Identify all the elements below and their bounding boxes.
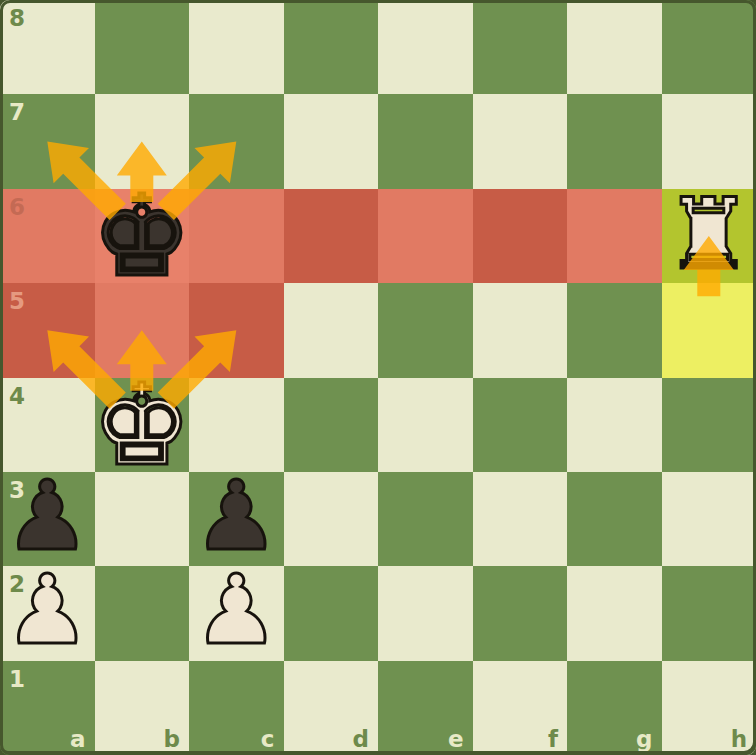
white-king-b4[interactable]: ♚ — [95, 378, 190, 472]
square-e1[interactable]: e — [378, 661, 473, 755]
file-label-d: d — [353, 728, 369, 751]
file-label-h: h — [731, 728, 747, 751]
square-c6[interactable] — [189, 189, 284, 283]
square-h5[interactable] — [662, 283, 756, 377]
square-f7[interactable] — [473, 94, 568, 188]
square-d5[interactable] — [284, 283, 379, 377]
square-a6[interactable]: 6 — [0, 189, 95, 283]
square-b6[interactable]: ♚ — [95, 189, 190, 283]
rank-label-5: 5 — [9, 290, 25, 313]
square-c1[interactable]: c — [189, 661, 284, 755]
square-c2[interactable]: ♟ — [189, 566, 284, 660]
rank-label-8: 8 — [9, 7, 25, 30]
white-pawn-c2[interactable]: ♟ — [189, 566, 284, 660]
square-h7[interactable] — [662, 94, 756, 188]
square-a5[interactable]: 5 — [0, 283, 95, 377]
square-d7[interactable] — [284, 94, 379, 188]
file-label-a: a — [70, 728, 86, 751]
square-d1[interactable]: d — [284, 661, 379, 755]
square-e4[interactable] — [378, 378, 473, 472]
square-g8[interactable] — [567, 0, 662, 94]
square-h4[interactable] — [662, 378, 756, 472]
square-e8[interactable] — [378, 0, 473, 94]
file-label-b: b — [164, 728, 180, 751]
square-g4[interactable] — [567, 378, 662, 472]
square-g7[interactable] — [567, 94, 662, 188]
square-c4[interactable] — [189, 378, 284, 472]
square-f5[interactable] — [473, 283, 568, 377]
chess-board: 876♚♜54♚3♟♟2♟♟1abcdefgh — [0, 0, 756, 755]
white-rook-h6[interactable]: ♜ — [662, 189, 756, 283]
black-king-b6[interactable]: ♚ — [95, 189, 190, 283]
square-c7[interactable] — [189, 94, 284, 188]
rank-label-1: 1 — [9, 668, 25, 691]
square-c3[interactable]: ♟ — [189, 472, 284, 566]
square-h1[interactable]: h — [662, 661, 756, 755]
square-h8[interactable] — [662, 0, 756, 94]
square-h3[interactable] — [662, 472, 756, 566]
square-a4[interactable]: 4 — [0, 378, 95, 472]
file-label-e: e — [448, 728, 464, 751]
rank-label-6: 6 — [9, 196, 25, 219]
square-d2[interactable] — [284, 566, 379, 660]
square-h6[interactable]: ♜ — [662, 189, 756, 283]
square-e2[interactable] — [378, 566, 473, 660]
square-a2[interactable]: 2♟ — [0, 566, 95, 660]
rank-label-4: 4 — [9, 385, 25, 408]
square-d6[interactable] — [284, 189, 379, 283]
square-g1[interactable]: g — [567, 661, 662, 755]
square-f1[interactable]: f — [473, 661, 568, 755]
black-pawn-c3[interactable]: ♟ — [189, 472, 284, 566]
square-e6[interactable] — [378, 189, 473, 283]
square-d8[interactable] — [284, 0, 379, 94]
square-b2[interactable] — [95, 566, 190, 660]
square-h2[interactable] — [662, 566, 756, 660]
square-a7[interactable]: 7 — [0, 94, 95, 188]
square-e5[interactable] — [378, 283, 473, 377]
white-pawn-a2[interactable]: ♟ — [0, 566, 95, 660]
square-f4[interactable] — [473, 378, 568, 472]
square-f3[interactable] — [473, 472, 568, 566]
square-d3[interactable] — [284, 472, 379, 566]
board-frame: 876♚♜54♚3♟♟2♟♟1abcdefgh — [0, 0, 756, 755]
square-d4[interactable] — [284, 378, 379, 472]
square-g2[interactable] — [567, 566, 662, 660]
black-pawn-a3[interactable]: ♟ — [0, 472, 95, 566]
square-g5[interactable] — [567, 283, 662, 377]
square-a8[interactable]: 8 — [0, 0, 95, 94]
square-c5[interactable] — [189, 283, 284, 377]
square-b4[interactable]: ♚ — [95, 378, 190, 472]
square-g3[interactable] — [567, 472, 662, 566]
square-a1[interactable]: 1a — [0, 661, 95, 755]
rank-label-7: 7 — [9, 101, 25, 124]
file-label-c: c — [261, 728, 275, 751]
square-a3[interactable]: 3♟ — [0, 472, 95, 566]
square-e7[interactable] — [378, 94, 473, 188]
square-e3[interactable] — [378, 472, 473, 566]
square-b8[interactable] — [95, 0, 190, 94]
file-label-f: f — [548, 728, 558, 751]
square-c8[interactable] — [189, 0, 284, 94]
file-label-g: g — [636, 728, 652, 751]
square-f8[interactable] — [473, 0, 568, 94]
square-g6[interactable] — [567, 189, 662, 283]
square-f2[interactable] — [473, 566, 568, 660]
square-f6[interactable] — [473, 189, 568, 283]
square-b1[interactable]: b — [95, 661, 190, 755]
